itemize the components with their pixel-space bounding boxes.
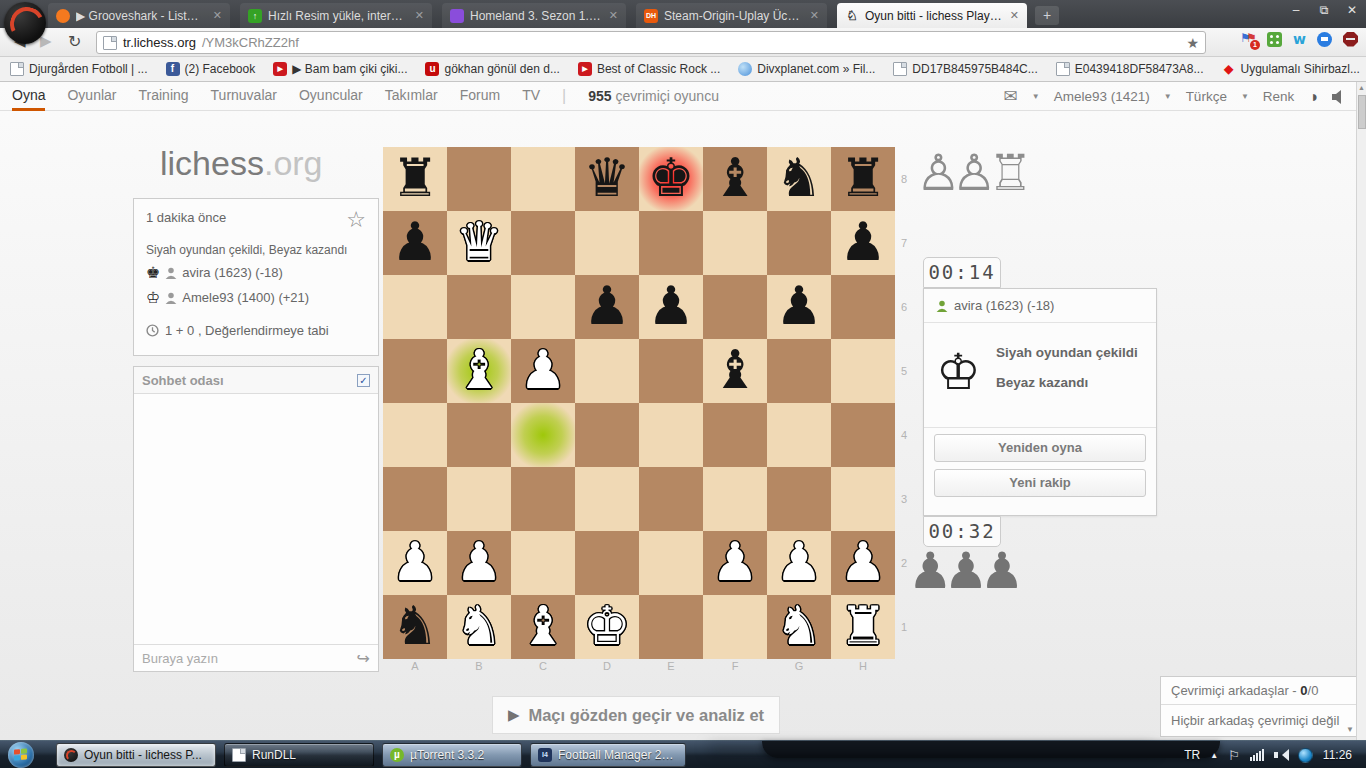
white-pawn-b2[interactable]: ♟ [447,531,511,595]
bookmark-star-icon[interactable]: ★ [1186,35,1199,51]
square-h6[interactable] [831,275,895,339]
person-icon [165,292,177,304]
square-d8[interactable]: ♛ [575,147,639,211]
tab-strip: ▶ Grooveshark - Listen to F✕↑Hızlı Resim… [48,3,1027,28]
logo-suffix: .org [264,144,323,182]
square-f2[interactable]: ♟ [703,531,767,595]
square-b2[interactable]: ♟ [447,531,511,595]
nav-item-tv[interactable]: TV [522,82,540,111]
friends-total: /0 [1308,683,1319,698]
square-d2[interactable] [575,531,639,595]
taskbar-tasks: Oyun bitti - lichess P...RunDLLµµTorrent… [56,743,686,767]
tray-app-icon[interactable] [1298,748,1313,763]
tab-label: Steam-Origin-Uplay Ücretsi [664,9,802,23]
square-b7[interactable]: ♛ [447,211,511,275]
square-f3[interactable] [703,467,767,531]
analyze-button[interactable]: ▶ Maçı gözden geçir ve analiz et [492,696,780,734]
time-control-row: 1 + 0 , Değerlendirmeye tabi [146,323,366,338]
white-knight-b1[interactable]: ♞ [447,595,511,659]
black-pawn-e6[interactable]: ♟ [639,275,703,339]
scrollbar-thumb[interactable] [1358,95,1366,129]
grid-extension-icon[interactable] [1267,32,1282,47]
start-button[interactable] [8,742,34,768]
rank-label: 4 [901,403,915,467]
scroll-up-icon[interactable]: ▲ [1357,84,1366,91]
black-king-e8[interactable]: ♚ [639,147,703,211]
square-h2[interactable]: ♟ [831,531,895,595]
tab-0[interactable]: ▶ Grooveshark - Listen to F✕ [48,3,230,28]
person-icon [165,267,177,279]
file-label: F [703,660,767,672]
window-ghost-artifact [762,741,1220,758]
new-tab-button[interactable]: + [1035,6,1059,25]
fm-icon: I4 [538,748,552,762]
chat-box: Sohbet odası ✓ Buraya yazın ↪ [133,366,379,672]
square-g3[interactable] [767,467,831,531]
square-c4[interactable] [511,403,575,467]
square-c2[interactable] [511,531,575,595]
black-player-name[interactable]: avira (1623) (-18) [182,265,282,280]
white-pawn-c5[interactable]: ♟ [511,339,575,403]
square-f4[interactable] [703,403,767,467]
black-player-row: ♚ avira (1623) (-18) [146,263,366,282]
youtube-icon: ▶ [273,62,287,76]
bookmark-label: E0439418DF58473A8... [1075,62,1204,76]
restore-button[interactable]: ⧉ [1316,3,1332,17]
url-bar[interactable]: tr.lichess.org /YM3kCRhZZ2hf ★ [96,31,1206,54]
square-h5[interactable] [831,339,895,403]
square-d4[interactable] [575,403,639,467]
clock-time[interactable]: 11:26 [1323,748,1352,762]
action-center-flag-icon[interactable]: ⚐ [1228,748,1240,763]
bookmarks-bar: Djurgården Fotboll | ...f(2) Facebook▶▶ … [0,57,1366,82]
bookmark-item[interactable]: E0439418DF58473A8... [1056,62,1204,76]
browser-toolbar: ◀ ▶ ↻ tr.lichess.org /YM3kCRhZZ2hf ★ 1 w [0,28,1366,57]
square-c7[interactable] [511,211,575,275]
bookmark-label: ▶ Bam bam çiki çiki... [292,62,407,76]
send-icon[interactable]: ↪ [357,649,370,668]
lichess-page: OynaOyunlarTrainingTurnuvalarOyuncularTa… [0,82,1366,740]
square-a3[interactable] [383,467,447,531]
downloads-extension-icon[interactable]: 1 [1240,32,1256,46]
square-c3[interactable] [511,467,575,531]
url-domain: tr.lichess.org [123,35,196,50]
square-f1[interactable] [703,595,767,659]
nav-item-forum[interactable]: Forum [460,82,500,111]
chevron-down-icon: ▼ [1032,92,1040,101]
result-line-1: Siyah oyundan çekildi [996,345,1138,360]
mail-icon[interactable]: ✉ [1003,86,1017,107]
taskbar-task-0[interactable]: Oyun bitti - lichess P... [56,743,216,767]
nav-item-training[interactable]: Training [139,82,189,111]
online-person-icon [936,300,948,312]
tab-close-icon[interactable]: ✕ [413,9,426,22]
analyze-label: Maçı gözden geçir ve analiz et [528,706,764,725]
square-e6[interactable]: ♟ [639,275,703,339]
black-pawn-h7[interactable]: ♟ [831,211,895,275]
result-panel: avira (1623) (-18) ♔ Siyah oyundan çekil… [923,288,1157,516]
file-label: A [383,660,447,672]
tray-expand-icon[interactable]: ▲ [1210,751,1218,760]
doc-icon [232,748,246,762]
square-a8[interactable]: ♜ [383,147,447,211]
file-label: C [511,660,575,672]
black-bishop-f8[interactable]: ♝ [703,147,767,211]
square-g1[interactable]: ♞ [767,595,831,659]
square-f6[interactable] [703,275,767,339]
square-d1[interactable]: ♚ [575,595,639,659]
bookmark-item[interactable]: ugökhan gönül den d... [425,62,559,76]
nav-separator: | [562,87,566,105]
square-f7[interactable] [703,211,767,275]
close-button[interactable]: ✕ [1344,3,1360,17]
square-h4[interactable] [831,403,895,467]
square-g5[interactable] [767,339,831,403]
square-e8[interactable]: ♚ [639,147,703,211]
bookmark-item[interactable]: ▶Best of Classic Rock ... [578,62,720,76]
taskbar: Oyun bitti - lichess P...RunDLLµµTorrent… [0,740,1366,768]
square-c1[interactable]: ♝ [511,595,575,659]
game-result-text: Siyah oyundan çekildi, Beyaz kazandı [146,243,366,257]
rank-label: 3 [901,467,915,531]
white-king-d1[interactable]: ♚ [575,595,639,659]
square-d7[interactable] [575,211,639,275]
square-e5[interactable] [639,339,703,403]
file-label: G [767,660,831,672]
keyboard-language[interactable]: TR [1184,748,1200,762]
result-message: ♔ Siyah oyundan çekildi Beyaz kazandı [924,323,1156,428]
result-line-2: Beyaz kazandı [996,375,1088,390]
square-f5[interactable]: ♝ [703,339,767,403]
square-a1[interactable]: ♞ [383,595,447,659]
knight-icon: ♘ [845,9,859,23]
upload-icon: ↑ [248,9,262,23]
bookmark-item[interactable]: Djurgården Fotboll | ... [10,62,148,76]
tab-close-icon[interactable]: ✕ [1008,9,1021,22]
white-queen-b7[interactable]: ♛ [447,211,511,275]
bookmark-item[interactable]: DD17B845975B484C... [893,62,1037,76]
white-bishop-c1[interactable]: ♝ [511,595,575,659]
black-rook-a8[interactable]: ♜ [383,147,447,211]
black-clock: 00:14 [923,257,1001,288]
bookmark-label: (2) Facebook [185,62,256,76]
doc-icon [1056,62,1070,76]
extension-buttons: 1 w [1240,31,1358,47]
bookmark-label: Uygulamalı Sihirbazl... [1241,62,1360,76]
last-move-highlight [511,403,575,467]
square-b4[interactable] [447,403,511,467]
captured-white-pieces-tray: ♙♙♖ [916,144,1023,202]
square-g7[interactable] [767,211,831,275]
task-label: RunDLL [252,748,296,762]
bookmark-item[interactable]: ◆Uygulamalı Sihirbazl... [1222,62,1360,76]
taskbar-task-2[interactable]: µµTorrent 3.3.2 [382,743,522,767]
white-bishop-b5[interactable]: ♝ [447,339,511,403]
user-menu[interactable]: Amele93 (1421) [1054,89,1150,104]
white-pawn-g2[interactable]: ♟ [767,531,831,595]
black-pawn-g6[interactable]: ♟ [767,275,831,339]
rank-label: 7 [901,211,915,275]
doc-icon [10,62,24,76]
bookmark-label: Djurgården Fotboll | ... [29,62,148,76]
rank-label: 8 [901,147,915,211]
favorite-star-icon[interactable]: ☆ [346,207,366,233]
square-d3[interactable] [575,467,639,531]
play-icon: ▶ [508,706,520,724]
square-g8[interactable]: ♞ [767,147,831,211]
file-label: D [575,660,639,672]
bookmark-item[interactable]: f(2) Facebook [166,62,256,76]
language-menu[interactable]: Türkçe [1186,89,1227,104]
file-label: E [639,660,703,672]
friends-empty-text: Hiçbir arkadaş çevrimiçi değil▼ [1161,705,1356,736]
opponent-name[interactable]: avira (1623) (-18) [954,298,1054,313]
scroll-down-icon[interactable]: ▼ [1346,725,1354,734]
tab-label: Hızlı Resim yükle, internette [268,9,407,23]
chat-input[interactable]: Buraya yazın ↪ [134,644,378,671]
chess-board[interactable]: ♜♛♚♝♞♜♟♛♟♟♟♟♝♟♝♟♟♟♟♟♞♞♝♚♞♜ [383,147,895,659]
adblock-extension-icon[interactable] [1343,32,1358,47]
square-a7[interactable]: ♟ [383,211,447,275]
bookmark-item[interactable]: ▶▶ Bam bam çiki çiki... [273,62,407,76]
square-e7[interactable] [639,211,703,275]
lichess-nav-right: ✉ ▼ Amele93 (1421) ▼ Türkçe ▼ Renk ◑ [1003,82,1348,111]
grooveshark-icon [56,9,70,23]
square-d6[interactable]: ♟ [575,275,639,339]
tab-close-icon[interactable]: ✕ [808,9,821,22]
tab-1[interactable]: ↑Hızlı Resim yükle, internette✕ [240,3,432,28]
w-extension-icon[interactable]: w [1293,31,1306,47]
chat-header: Sohbet odası ✓ [134,367,378,394]
chat-placeholder: Buraya yazın [142,651,218,666]
bookmark-label: gökhan gönül den d... [444,62,559,76]
clock-icon [146,324,159,337]
window-controls: – ⧉ ✕ [1288,3,1360,17]
globe-icon [738,62,752,76]
square-c8[interactable] [511,147,575,211]
nav-item-oyna[interactable]: Oyna [12,82,45,111]
time-control-text: 1 + 0 , Değerlendirmeye tabi [165,323,329,338]
square-c6[interactable] [511,275,575,339]
tab-3[interactable]: DHSteam-Origin-Uplay Ücretsi✕ [636,3,827,28]
square-a6[interactable] [383,275,447,339]
game-info-box: 1 dakika önce ☆ Siyah oyundan çekildi, B… [133,198,379,356]
drop-red-icon: ◆ [1222,62,1236,76]
square-a5[interactable] [383,339,447,403]
url-path: /YM3kCRhZZ2hf [202,35,299,50]
contrast-icon[interactable]: ◑ [1308,88,1318,106]
rank-label: 6 [901,275,915,339]
logo-main: lichess [160,144,264,182]
page-scrollbar[interactable]: ▲ [1356,82,1366,740]
tab-label: Homeland 3. Sezon 1. Bölün [470,9,601,23]
chevron-down-icon: ▼ [1164,92,1172,101]
task-label: Oyun bitti - lichess P... [84,748,202,762]
chat-title: Sohbet odası [142,373,224,388]
square-b5[interactable]: ♝ [447,339,511,403]
file-label: H [831,660,895,672]
chat-messages [134,394,378,644]
chat-extension-icon[interactable] [1317,32,1332,47]
chat-toggle-checkbox[interactable]: ✓ [357,374,370,387]
square-g6[interactable]: ♟ [767,275,831,339]
square-h1[interactable]: ♜ [831,595,895,659]
friends-count: 0 [1300,683,1307,698]
sound-icon[interactable] [1332,90,1348,104]
lichess-logo[interactable]: lichess.org [160,144,323,183]
system-tray: TR ▲ ⚐ 11:26 [1184,741,1352,768]
black-queen-d8[interactable]: ♛ [575,147,639,211]
bookmark-item[interactable]: Divxplanet.com » Fil... [738,62,875,76]
minimize-button[interactable]: – [1288,3,1304,17]
rematch-button[interactable]: Yeniden oyna [934,434,1146,462]
browser-app-logo-icon[interactable] [4,2,46,44]
new-opponent-button[interactable]: Yeni rakip [934,469,1146,497]
white-pawn-h2[interactable]: ♟ [831,531,895,595]
friends-box: Çevrimiçi arkadaşlar - 0/0 Hiçbir arkada… [1160,676,1357,737]
white-player-row: ♔ Amele93 (1400) (+21) [146,288,366,307]
volume-icon[interactable] [1274,749,1288,761]
browser-tab-bar: ▶ Grooveshark - Listen to F✕↑Hızlı Resim… [0,0,1366,28]
tab-label: Oyun bitti - lichess Play YM [865,9,1002,23]
file-label: B [447,660,511,672]
tab-active[interactable]: ♘Oyun bitti - lichess Play YM✕ [837,3,1027,28]
tab-label: ▶ Grooveshark - Listen to F [76,9,205,23]
square-a2[interactable]: ♟ [383,531,447,595]
youtube-icon: ▶ [578,62,592,76]
friends-header-text: Çevrimiçi arkadaşlar - [1171,683,1300,698]
white-player-name[interactable]: Amele93 (1400) (+21) [182,290,309,305]
tab-close-icon[interactable]: ✕ [211,9,224,22]
nav-item-takımlar[interactable]: Takımlar [385,82,438,111]
taskbar-task-3[interactable]: I4Football Manager 2014 [530,743,686,767]
white-pawn-a2[interactable]: ♟ [383,531,447,595]
square-b8[interactable] [447,147,511,211]
doc-icon [893,62,907,76]
square-e4[interactable] [639,403,703,467]
facebook-icon: f [166,62,180,76]
network-signal-icon[interactable] [1250,749,1264,761]
online-count-text: 955 çevrimiçi oyuncu [588,88,719,104]
square-b3[interactable] [447,467,511,531]
file-labels: ABCDEFGH [383,660,895,672]
captured-black-pieces-tray: ♟♟♟ [908,542,1015,600]
nav-item-oyuncular[interactable]: Oyuncular [299,82,363,111]
chevron-down-icon: ▼ [1241,92,1249,101]
utorrent-icon: µ [390,748,404,762]
rank-label: 5 [901,339,915,403]
black-knight-a1[interactable]: ♞ [383,595,447,659]
windows-flag-icon [14,748,27,760]
opponent-row: avira (1623) (-18) [924,289,1156,323]
desktop-screen: ▶ Grooveshark - Listen to F✕↑Hızlı Resim… [0,0,1366,768]
friends-empty-label: Hiçbir arkadaş çevrimiçi değil [1171,713,1339,728]
u-red-icon: u [425,62,439,76]
white-king-icon: ♔ [146,288,160,307]
refresh-button[interactable]: ↻ [68,32,81,51]
square-g4[interactable] [767,403,831,467]
square-h8[interactable]: ♜ [831,147,895,211]
task-label: Football Manager 2014 [558,748,678,762]
black-pawn-d6[interactable]: ♟ [575,275,639,339]
bookmark-label: Best of Classic Rock ... [597,62,720,76]
square-e1[interactable] [639,595,703,659]
badge-count: 1 [1250,40,1260,50]
square-b1[interactable]: ♞ [447,595,511,659]
tab-2[interactable]: Homeland 3. Sezon 1. Bölün✕ [442,3,626,28]
square-g2[interactable]: ♟ [767,531,831,595]
bookmark-label: Divxplanet.com » Fil... [757,62,875,76]
white-pawn-f2[interactable]: ♟ [703,531,767,595]
square-f8[interactable]: ♝ [703,147,767,211]
page-icon [103,36,117,50]
white-knight-g1[interactable]: ♞ [767,595,831,659]
browser-icon [64,748,78,762]
square-c5[interactable]: ♟ [511,339,575,403]
black-bishop-f5[interactable]: ♝ [703,339,767,403]
friends-header[interactable]: Çevrimiçi arkadaşlar - 0/0 [1161,677,1356,705]
square-e2[interactable] [639,531,703,595]
king-result-icon: ♔ [936,347,981,397]
tv-icon [450,9,464,23]
bookmark-label: DD17B845975B484C... [912,62,1037,76]
tab-close-icon[interactable]: ✕ [607,9,620,22]
black-pawn-a7[interactable]: ♟ [383,211,447,275]
game-time-ago: 1 dakika önce [146,210,366,225]
white-rook-h1[interactable]: ♜ [831,595,895,659]
taskbar-task-1[interactable]: RunDLL [224,743,374,767]
square-d5[interactable] [575,339,639,403]
dh-icon: DH [644,9,658,23]
black-knight-g8[interactable]: ♞ [767,147,831,211]
black-king-icon: ♚ [146,263,160,282]
task-label: µTorrent 3.3.2 [410,748,484,762]
nav-item-oyunlar[interactable]: Oyunlar [67,82,116,111]
square-e3[interactable] [639,467,703,531]
theme-menu[interactable]: Renk [1263,89,1295,104]
square-b6[interactable] [447,275,511,339]
square-a4[interactable] [383,403,447,467]
square-h7[interactable]: ♟ [831,211,895,275]
black-rook-h8[interactable]: ♜ [831,147,895,211]
square-h3[interactable] [831,467,895,531]
rank-label: 1 [901,595,915,659]
nav-item-turnuvalar[interactable]: Turnuvalar [211,82,277,111]
